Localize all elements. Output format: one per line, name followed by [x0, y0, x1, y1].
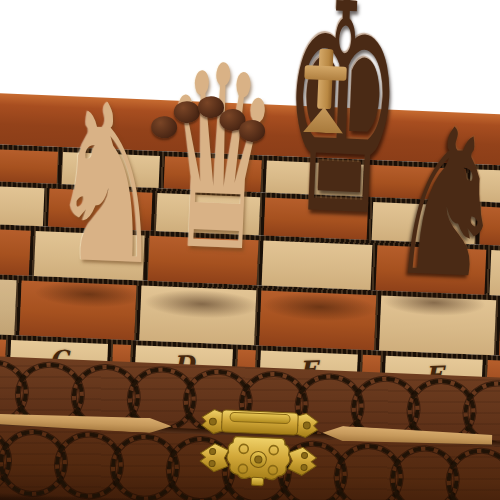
crown-ball	[151, 116, 178, 139]
board-square	[155, 193, 260, 235]
board-square	[371, 202, 476, 244]
board-square	[367, 165, 465, 201]
square-b1	[0, 275, 16, 335]
board-square	[263, 198, 368, 240]
board-square	[489, 250, 500, 300]
board-square	[0, 148, 58, 184]
rope-circle	[445, 447, 500, 500]
board-square	[33, 231, 144, 281]
brass-latch	[197, 401, 320, 490]
board-square	[479, 207, 500, 249]
board-square	[0, 226, 30, 276]
board-square	[0, 184, 44, 226]
product-photo-scene: C D E F	[0, 0, 500, 500]
board-square	[261, 240, 372, 290]
board-square	[47, 188, 152, 230]
crown-ball	[173, 101, 200, 124]
board-square	[147, 236, 258, 286]
board-square	[265, 161, 363, 197]
crown-ball	[239, 119, 266, 142]
board-square	[61, 152, 159, 188]
box-front-panel	[0, 356, 500, 500]
king-cross-finial	[300, 48, 351, 114]
board-square	[375, 245, 486, 295]
board-square	[163, 156, 261, 192]
cross-horizontal	[304, 65, 347, 81]
board-square	[469, 169, 500, 205]
queen-ball-finials	[148, 92, 266, 153]
